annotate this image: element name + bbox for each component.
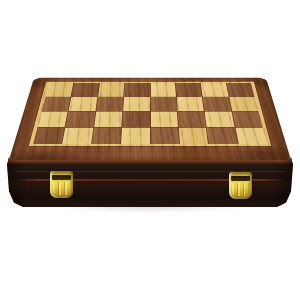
maple-pinstripe-border xyxy=(28,81,273,146)
board-square xyxy=(201,83,228,96)
board-square xyxy=(150,127,178,144)
board-square xyxy=(150,112,177,127)
board-square xyxy=(98,83,124,96)
board-grid xyxy=(33,83,267,144)
board-square xyxy=(122,112,149,127)
board-square xyxy=(150,83,175,96)
latch-ridges xyxy=(53,182,70,195)
board-square xyxy=(42,97,71,111)
board-square xyxy=(123,97,149,111)
board-square xyxy=(92,127,121,144)
board-square xyxy=(179,127,208,144)
board-square xyxy=(66,112,95,127)
latch-ridges xyxy=(232,183,249,196)
board-square xyxy=(178,112,206,127)
board-square xyxy=(94,112,122,127)
board-square xyxy=(205,112,234,127)
board-square xyxy=(235,127,267,144)
board-square xyxy=(229,97,258,111)
board-square xyxy=(33,127,65,144)
walnut-frame xyxy=(9,78,291,160)
board-square xyxy=(72,83,99,96)
product-photo-chess-box xyxy=(0,0,300,300)
board-square xyxy=(207,127,238,144)
brass-latch-right xyxy=(229,172,252,199)
board-square xyxy=(63,127,94,144)
board-square xyxy=(121,127,149,144)
board-square xyxy=(226,83,254,96)
board-square xyxy=(176,83,202,96)
board-square xyxy=(203,97,231,111)
board-square xyxy=(38,112,68,127)
board-square xyxy=(150,97,176,111)
brass-latch-left xyxy=(50,171,73,198)
latch-slot-icon xyxy=(231,176,250,181)
board-square xyxy=(46,83,74,96)
board-square xyxy=(96,97,123,111)
board-square xyxy=(177,97,204,111)
board-square xyxy=(124,83,149,96)
box-lid-top xyxy=(9,78,291,160)
board-square xyxy=(232,112,262,127)
board-square xyxy=(69,97,97,111)
latch-slot-icon xyxy=(52,175,71,180)
